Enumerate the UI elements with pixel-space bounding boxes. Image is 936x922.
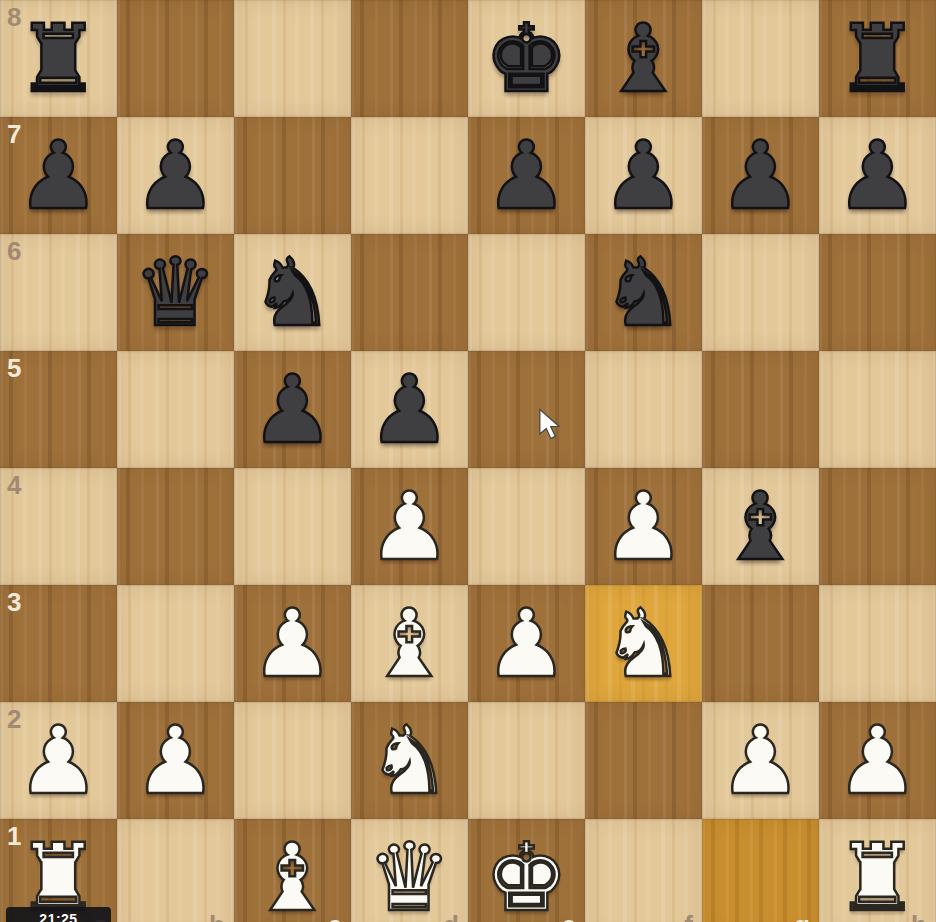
square-b6[interactable]: ♛ xyxy=(117,234,234,351)
square-b5[interactable] xyxy=(117,351,234,468)
black-king-piece[interactable]: ♚ xyxy=(468,0,585,117)
white-pawn-piece[interactable]: ♟ xyxy=(117,702,234,819)
square-h2[interactable]: ♟ xyxy=(819,702,936,819)
rank-label-7: 7 xyxy=(7,121,21,147)
square-g5[interactable] xyxy=(702,351,819,468)
square-h1[interactable]: ♜h xyxy=(819,819,936,922)
square-g6[interactable] xyxy=(702,234,819,351)
file-label-d: d xyxy=(443,912,459,922)
file-label-f: f xyxy=(684,912,693,922)
black-pawn-piece[interactable]: ♟ xyxy=(585,117,702,234)
rank-label-6: 6 xyxy=(7,238,21,264)
square-c3[interactable]: ♟ xyxy=(234,585,351,702)
rank-label-5: 5 xyxy=(7,355,21,381)
square-h7[interactable]: ♟ xyxy=(819,117,936,234)
square-c7[interactable] xyxy=(234,117,351,234)
black-pawn-piece[interactable]: ♟ xyxy=(702,117,819,234)
square-g3[interactable] xyxy=(702,585,819,702)
black-knight-piece[interactable]: ♞ xyxy=(234,234,351,351)
square-g7[interactable]: ♟ xyxy=(702,117,819,234)
black-pawn-piece[interactable]: ♟ xyxy=(468,117,585,234)
square-e7[interactable]: ♟ xyxy=(468,117,585,234)
square-c6[interactable]: ♞ xyxy=(234,234,351,351)
chess-app-viewport: ♜8♚♝♜♟7♟♟♟♟♟6♛♞♞5♟♟4♟♟♝3♟♝♟♞♟2♟♞♟♟♜1ab♝c… xyxy=(0,0,936,922)
rank-label-1: 1 xyxy=(7,823,21,849)
square-h8[interactable]: ♜ xyxy=(819,0,936,117)
white-bishop-piece[interactable]: ♝ xyxy=(351,585,468,702)
square-h5[interactable] xyxy=(819,351,936,468)
white-king-piece[interactable]: ♚ xyxy=(468,819,585,922)
file-label-c: c xyxy=(328,912,342,922)
white-pawn-piece[interactable]: ♟ xyxy=(702,702,819,819)
square-e6[interactable] xyxy=(468,234,585,351)
file-label-h: h xyxy=(911,912,927,922)
square-d7[interactable] xyxy=(351,117,468,234)
square-b2[interactable]: ♟ xyxy=(117,702,234,819)
rank-label-8: 8 xyxy=(7,4,21,30)
square-b3[interactable] xyxy=(117,585,234,702)
square-f3[interactable]: ♞ xyxy=(585,585,702,702)
black-pawn-piece[interactable]: ♟ xyxy=(234,351,351,468)
black-pawn-piece[interactable]: ♟ xyxy=(819,117,936,234)
square-a5[interactable]: 5 xyxy=(0,351,117,468)
square-c4[interactable] xyxy=(234,468,351,585)
square-g8[interactable] xyxy=(702,0,819,117)
file-label-e: e xyxy=(562,912,576,922)
square-c8[interactable] xyxy=(234,0,351,117)
square-d8[interactable] xyxy=(351,0,468,117)
square-c1[interactable]: ♝c xyxy=(234,819,351,922)
square-g2[interactable]: ♟ xyxy=(702,702,819,819)
black-queen-piece[interactable]: ♛ xyxy=(117,234,234,351)
white-pawn-piece[interactable]: ♟ xyxy=(468,585,585,702)
square-h3[interactable] xyxy=(819,585,936,702)
square-f4[interactable]: ♟ xyxy=(585,468,702,585)
square-d5[interactable]: ♟ xyxy=(351,351,468,468)
white-rook-piece[interactable]: ♜ xyxy=(819,819,936,922)
square-f1[interactable]: f xyxy=(585,819,702,922)
square-e4[interactable] xyxy=(468,468,585,585)
timestamp-badge: 21:25 xyxy=(6,907,111,922)
square-f5[interactable] xyxy=(585,351,702,468)
square-f2[interactable] xyxy=(585,702,702,819)
square-d3[interactable]: ♝ xyxy=(351,585,468,702)
white-pawn-piece[interactable]: ♟ xyxy=(585,468,702,585)
white-knight-piece[interactable]: ♞ xyxy=(351,702,468,819)
square-a6[interactable]: 6 xyxy=(0,234,117,351)
square-c5[interactable]: ♟ xyxy=(234,351,351,468)
square-c2[interactable] xyxy=(234,702,351,819)
black-bishop-piece[interactable]: ♝ xyxy=(702,468,819,585)
white-pawn-piece[interactable]: ♟ xyxy=(351,468,468,585)
file-label-b: b xyxy=(209,912,225,922)
black-pawn-piece[interactable]: ♟ xyxy=(117,117,234,234)
square-e2[interactable] xyxy=(468,702,585,819)
square-h6[interactable] xyxy=(819,234,936,351)
square-h4[interactable] xyxy=(819,468,936,585)
square-d2[interactable]: ♞ xyxy=(351,702,468,819)
rank-label-3: 3 xyxy=(7,589,21,615)
square-a2[interactable]: ♟2 xyxy=(0,702,117,819)
square-a4[interactable]: 4 xyxy=(0,468,117,585)
square-g4[interactable]: ♝ xyxy=(702,468,819,585)
square-b8[interactable] xyxy=(117,0,234,117)
file-label-g: g xyxy=(794,912,810,922)
square-a3[interactable]: 3 xyxy=(0,585,117,702)
square-g1[interactable]: g xyxy=(702,819,819,922)
square-d6[interactable] xyxy=(351,234,468,351)
square-d1[interactable]: ♛d xyxy=(351,819,468,922)
square-a7[interactable]: ♟7 xyxy=(0,117,117,234)
black-rook-piece[interactable]: ♜ xyxy=(819,0,936,117)
square-f6[interactable]: ♞ xyxy=(585,234,702,351)
square-e5[interactable] xyxy=(468,351,585,468)
chess-board: ♜8♚♝♜♟7♟♟♟♟♟6♛♞♞5♟♟4♟♟♝3♟♝♟♞♟2♟♞♟♟♜1ab♝c… xyxy=(0,0,936,922)
rank-label-2: 2 xyxy=(7,706,21,732)
black-pawn-piece[interactable]: ♟ xyxy=(351,351,468,468)
square-f7[interactable]: ♟ xyxy=(585,117,702,234)
square-d4[interactable]: ♟ xyxy=(351,468,468,585)
square-e3[interactable]: ♟ xyxy=(468,585,585,702)
black-knight-piece[interactable]: ♞ xyxy=(585,234,702,351)
white-pawn-piece[interactable]: ♟ xyxy=(819,702,936,819)
white-knight-piece[interactable]: ♞ xyxy=(585,585,702,702)
square-f8[interactable]: ♝ xyxy=(585,0,702,117)
square-e8[interactable]: ♚ xyxy=(468,0,585,117)
square-b4[interactable] xyxy=(117,468,234,585)
black-bishop-piece[interactable]: ♝ xyxy=(585,0,702,117)
square-b7[interactable]: ♟ xyxy=(117,117,234,234)
square-a8[interactable]: ♜8 xyxy=(0,0,117,117)
white-bishop-piece[interactable]: ♝ xyxy=(234,819,351,922)
square-e1[interactable]: ♚e xyxy=(468,819,585,922)
rank-label-4: 4 xyxy=(7,472,21,498)
white-pawn-piece[interactable]: ♟ xyxy=(234,585,351,702)
square-b1[interactable]: b xyxy=(117,819,234,922)
white-queen-piece[interactable]: ♛ xyxy=(351,819,468,922)
